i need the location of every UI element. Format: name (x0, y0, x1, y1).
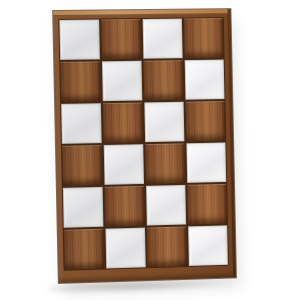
square-mirror-r3c3 (144, 102, 184, 142)
square-wood-r2c3 (143, 60, 183, 100)
square-mirror-r2c4 (185, 60, 225, 100)
square-wood-r1c4 (184, 18, 224, 58)
square-mirror-r1c1 (59, 19, 100, 59)
square-mirror-r6c2 (105, 228, 145, 269)
square-wood-r4c1 (62, 145, 103, 186)
square-mirror-r6c4 (188, 225, 228, 266)
square-wood-r1c2 (101, 19, 141, 59)
square-wood-r5c2 (105, 186, 145, 227)
square-wood-r2c1 (60, 61, 101, 102)
checkerboard (59, 18, 228, 270)
square-wood-r6c1 (64, 229, 105, 270)
square-mirror-r5c1 (63, 187, 104, 228)
square-mirror-r3c1 (61, 103, 102, 144)
square-wood-r3c2 (103, 102, 143, 143)
square-mirror-r4c4 (186, 142, 226, 182)
square-mirror-r5c3 (146, 185, 186, 226)
frame-top-face (53, 9, 230, 16)
square-mirror-r4c2 (104, 144, 144, 185)
checker-panel-frame (53, 9, 236, 283)
square-wood-r6c3 (147, 226, 187, 267)
frame-right-side-face (228, 9, 236, 277)
square-mirror-r1c3 (143, 19, 183, 59)
square-mirror-r2c2 (102, 61, 142, 101)
product-photo-scene (0, 0, 300, 300)
square-wood-r4c3 (145, 143, 185, 184)
square-wood-r3c4 (186, 101, 226, 141)
square-wood-r5c4 (187, 184, 227, 225)
